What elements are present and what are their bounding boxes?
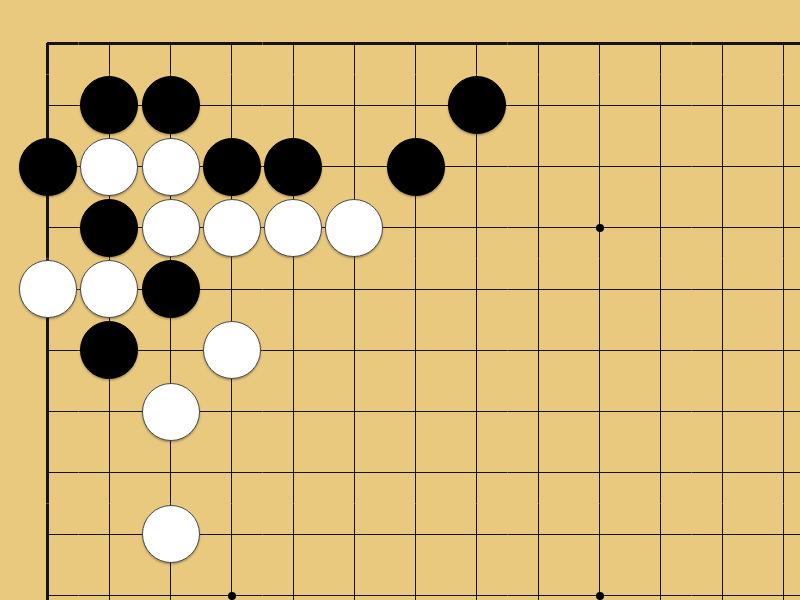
intersection-5-7[interactable] xyxy=(263,381,324,442)
intersection-7-1[interactable] xyxy=(385,13,446,74)
intersection-13-6[interactable] xyxy=(753,320,800,381)
black-stone xyxy=(448,76,506,134)
white-stone xyxy=(264,199,322,257)
intersection-9-4[interactable] xyxy=(508,197,569,258)
white-stone xyxy=(80,138,138,196)
intersection-11-4[interactable] xyxy=(630,197,691,258)
black-stone xyxy=(203,138,261,196)
intersection-8-6[interactable] xyxy=(446,320,507,381)
intersection-5-10[interactable] xyxy=(263,565,324,600)
intersection-1-2[interactable] xyxy=(17,75,78,136)
intersection-2-1[interactable] xyxy=(79,13,140,74)
intersection-10-1[interactable] xyxy=(569,13,630,74)
intersection-4-2[interactable] xyxy=(201,75,262,136)
intersection-4-1[interactable] xyxy=(201,13,262,74)
intersection-5-6[interactable] xyxy=(263,320,324,381)
intersection-6-3[interactable] xyxy=(324,136,385,197)
intersection-4-9[interactable] xyxy=(201,504,262,565)
intersection-6-2[interactable] xyxy=(324,75,385,136)
intersection-3-6[interactable] xyxy=(140,320,201,381)
intersection-2-7[interactable] xyxy=(79,381,140,442)
intersection-5-9[interactable] xyxy=(263,504,324,565)
white-stone xyxy=(203,321,261,379)
intersection-8-1[interactable] xyxy=(446,13,507,74)
intersection-12-7[interactable] xyxy=(692,381,753,442)
intersection-1-1[interactable] xyxy=(17,13,78,74)
intersection-13-3[interactable] xyxy=(753,136,800,197)
intersection-11-9[interactable] xyxy=(630,504,691,565)
intersection-9-7[interactable] xyxy=(508,381,569,442)
intersection-13-10[interactable] xyxy=(753,565,800,600)
white-stone xyxy=(142,383,200,441)
intersection-1-4[interactable] xyxy=(17,197,78,258)
intersection-9-5[interactable] xyxy=(508,259,569,320)
white-stone xyxy=(203,199,261,257)
star-point xyxy=(596,592,604,600)
intersection-9-9[interactable] xyxy=(508,504,569,565)
black-stone xyxy=(387,138,445,196)
intersection-10-3[interactable] xyxy=(569,136,630,197)
intersection-11-1[interactable] xyxy=(630,13,691,74)
intersection-11-5[interactable] xyxy=(630,259,691,320)
intersection-4-8[interactable] xyxy=(201,442,262,503)
black-stone xyxy=(19,138,77,196)
intersection-12-8[interactable] xyxy=(692,442,753,503)
intersection-6-6[interactable] xyxy=(324,320,385,381)
black-stone xyxy=(80,199,138,257)
intersection-12-1[interactable] xyxy=(692,13,753,74)
intersection-2-10[interactable] xyxy=(79,565,140,600)
intersection-10-7[interactable] xyxy=(569,381,630,442)
intersection-7-4[interactable] xyxy=(385,197,446,258)
intersection-1-6[interactable] xyxy=(17,320,78,381)
intersection-13-1[interactable] xyxy=(753,13,800,74)
intersection-2-9[interactable] xyxy=(79,504,140,565)
white-stone xyxy=(325,199,383,257)
intersection-9-6[interactable] xyxy=(508,320,569,381)
intersection-11-8[interactable] xyxy=(630,442,691,503)
intersection-8-5[interactable] xyxy=(446,259,507,320)
intersection-9-3[interactable] xyxy=(508,136,569,197)
intersection-5-5[interactable] xyxy=(263,259,324,320)
intersection-6-5[interactable] xyxy=(324,259,385,320)
intersection-7-10[interactable] xyxy=(385,565,446,600)
go-board-diagram xyxy=(0,0,800,600)
intersection-10-8[interactable] xyxy=(569,442,630,503)
white-stone xyxy=(142,138,200,196)
intersection-13-4[interactable] xyxy=(753,197,800,258)
go-board xyxy=(17,13,800,600)
intersection-6-7[interactable] xyxy=(324,381,385,442)
intersection-3-10[interactable] xyxy=(140,565,201,600)
intersection-13-2[interactable] xyxy=(753,75,800,136)
intersection-1-10[interactable] xyxy=(17,565,78,600)
intersection-2-8[interactable] xyxy=(79,442,140,503)
star-point xyxy=(596,224,604,232)
white-stone xyxy=(19,260,77,318)
intersection-12-6[interactable] xyxy=(692,320,753,381)
intersection-7-9[interactable] xyxy=(385,504,446,565)
intersection-5-1[interactable] xyxy=(263,13,324,74)
intersection-7-5[interactable] xyxy=(385,259,446,320)
intersection-10-5[interactable] xyxy=(569,259,630,320)
white-stone xyxy=(142,505,200,563)
intersection-7-6[interactable] xyxy=(385,320,446,381)
intersection-13-5[interactable] xyxy=(753,259,800,320)
intersection-1-7[interactable] xyxy=(17,381,78,442)
intersection-8-7[interactable] xyxy=(446,381,507,442)
intersection-12-10[interactable] xyxy=(692,565,753,600)
intersection-13-9[interactable] xyxy=(753,504,800,565)
intersection-6-8[interactable] xyxy=(324,442,385,503)
intersection-13-8[interactable] xyxy=(753,442,800,503)
intersection-10-2[interactable] xyxy=(569,75,630,136)
intersection-12-9[interactable] xyxy=(692,504,753,565)
intersection-6-9[interactable] xyxy=(324,504,385,565)
intersection-8-8[interactable] xyxy=(446,442,507,503)
intersection-3-8[interactable] xyxy=(140,442,201,503)
intersection-11-3[interactable] xyxy=(630,136,691,197)
intersection-7-8[interactable] xyxy=(385,442,446,503)
intersection-11-2[interactable] xyxy=(630,75,691,136)
black-stone xyxy=(142,76,200,134)
intersection-7-2[interactable] xyxy=(385,75,446,136)
intersection-9-8[interactable] xyxy=(508,442,569,503)
intersection-8-4[interactable] xyxy=(446,197,507,258)
intersection-4-7[interactable] xyxy=(201,381,262,442)
intersection-8-10[interactable] xyxy=(446,565,507,600)
intersection-8-3[interactable] xyxy=(446,136,507,197)
intersection-11-6[interactable] xyxy=(630,320,691,381)
intersection-12-5[interactable] xyxy=(692,259,753,320)
black-stone xyxy=(264,138,322,196)
intersection-6-1[interactable] xyxy=(324,13,385,74)
intersection-10-6[interactable] xyxy=(569,320,630,381)
intersection-12-2[interactable] xyxy=(692,75,753,136)
black-stone xyxy=(142,260,200,318)
intersection-9-2[interactable] xyxy=(508,75,569,136)
intersection-11-10[interactable] xyxy=(630,565,691,600)
intersection-3-1[interactable] xyxy=(140,13,201,74)
intersection-8-9[interactable] xyxy=(446,504,507,565)
intersection-5-8[interactable] xyxy=(263,442,324,503)
intersection-12-3[interactable] xyxy=(692,136,753,197)
intersection-1-8[interactable] xyxy=(17,442,78,503)
intersection-7-7[interactable] xyxy=(385,381,446,442)
intersection-12-4[interactable] xyxy=(692,197,753,258)
intersection-9-1[interactable] xyxy=(508,13,569,74)
intersection-13-7[interactable] xyxy=(753,381,800,442)
intersection-5-2[interactable] xyxy=(263,75,324,136)
intersection-11-7[interactable] xyxy=(630,381,691,442)
intersection-9-10[interactable] xyxy=(508,565,569,600)
intersection-6-10[interactable] xyxy=(324,565,385,600)
star-point xyxy=(228,592,236,600)
intersection-10-9[interactable] xyxy=(569,504,630,565)
intersection-1-9[interactable] xyxy=(17,504,78,565)
white-stone xyxy=(142,199,200,257)
intersection-4-5[interactable] xyxy=(201,259,262,320)
